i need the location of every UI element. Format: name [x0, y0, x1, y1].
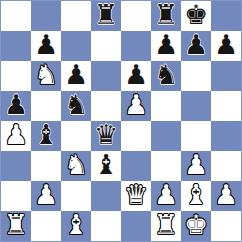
square-f5[interactable] — [151, 91, 181, 121]
square-a2[interactable] — [1, 181, 31, 211]
square-c8[interactable] — [61, 1, 91, 31]
square-e4[interactable] — [121, 121, 151, 151]
white-pawn-b2[interactable]: ♟ — [34, 181, 58, 210]
square-h7[interactable]: ♟ — [211, 31, 241, 61]
square-f6[interactable]: ♞ — [151, 61, 181, 91]
square-d3[interactable]: ♝ — [91, 151, 121, 181]
square-a7[interactable] — [1, 31, 31, 61]
square-a6[interactable] — [1, 61, 31, 91]
square-h1[interactable] — [211, 211, 241, 241]
square-d4[interactable]: ♛ — [91, 121, 121, 151]
square-e7[interactable] — [121, 31, 151, 61]
square-b3[interactable] — [31, 151, 61, 181]
square-h4[interactable] — [211, 121, 241, 151]
square-b5[interactable] — [31, 91, 61, 121]
black-pawn-c6[interactable]: ♟ — [64, 61, 88, 90]
square-f7[interactable]: ♟ — [151, 31, 181, 61]
black-pawn-g7[interactable]: ♟ — [184, 31, 208, 60]
square-f4[interactable] — [151, 121, 181, 151]
square-b7[interactable]: ♟ — [31, 31, 61, 61]
square-h3[interactable] — [211, 151, 241, 181]
square-b1[interactable] — [31, 211, 61, 241]
square-g5[interactable] — [181, 91, 211, 121]
white-pawn-a4[interactable]: ♟ — [4, 121, 28, 150]
square-e6[interactable]: ♟ — [121, 61, 151, 91]
square-b6[interactable]: ♞ — [31, 61, 61, 91]
black-rook-d8[interactable]: ♜ — [94, 1, 118, 30]
white-bishop-c1[interactable]: ♝ — [64, 211, 88, 240]
square-h2[interactable]: ♟ — [211, 181, 241, 211]
white-pawn-g3[interactable]: ♟ — [184, 151, 208, 180]
white-knight-b6[interactable]: ♞ — [34, 61, 58, 90]
black-pawn-f7[interactable]: ♟ — [154, 31, 178, 60]
white-pawn-h2[interactable]: ♟ — [214, 181, 238, 210]
white-bishop-g2[interactable]: ♝ — [184, 181, 208, 210]
black-king-g8[interactable]: ♚ — [184, 1, 208, 30]
black-pawn-h7[interactable]: ♟ — [214, 31, 238, 60]
square-a5[interactable]: ♟ — [1, 91, 31, 121]
white-knight-c3[interactable]: ♞ — [64, 151, 88, 180]
square-e3[interactable] — [121, 151, 151, 181]
square-f8[interactable]: ♜ — [151, 1, 181, 31]
square-f2[interactable]: ♟ — [151, 181, 181, 211]
square-g1[interactable]: ♚ — [181, 211, 211, 241]
square-d2[interactable] — [91, 181, 121, 211]
square-g8[interactable]: ♚ — [181, 1, 211, 31]
white-pawn-e5[interactable]: ♟ — [124, 91, 148, 120]
white-rook-a1[interactable]: ♜ — [4, 211, 28, 240]
square-b2[interactable]: ♟ — [31, 181, 61, 211]
square-g7[interactable]: ♟ — [181, 31, 211, 61]
black-pawn-e6[interactable]: ♟ — [124, 61, 148, 90]
square-g4[interactable] — [181, 121, 211, 151]
white-king-g1[interactable]: ♚ — [184, 211, 208, 240]
square-d5[interactable] — [91, 91, 121, 121]
square-e1[interactable] — [121, 211, 151, 241]
square-c4[interactable] — [61, 121, 91, 151]
square-e5[interactable]: ♟ — [121, 91, 151, 121]
square-e8[interactable] — [121, 1, 151, 31]
white-pawn-f2[interactable]: ♟ — [154, 181, 178, 210]
white-queen-e2[interactable]: ♛ — [124, 181, 148, 210]
square-d7[interactable] — [91, 31, 121, 61]
black-bishop-d3[interactable]: ♝ — [94, 151, 118, 180]
chess-board: ♜♜♚♟♟♟♟♞♟♟♞♟♞♟♟♝♛♞♝♟♟♛♟♝♟♜♝♜♚ — [0, 0, 242, 242]
black-pawn-a5[interactable]: ♟ — [4, 91, 28, 120]
square-f3[interactable] — [151, 151, 181, 181]
square-d6[interactable] — [91, 61, 121, 91]
black-knight-f6[interactable]: ♞ — [154, 61, 178, 90]
square-h8[interactable] — [211, 1, 241, 31]
square-a1[interactable]: ♜ — [1, 211, 31, 241]
chess-board-wrap: ♜♜♚♟♟♟♟♞♟♟♞♟♞♟♟♝♛♞♝♟♟♛♟♝♟♜♝♜♚ — [0, 0, 242, 242]
square-h6[interactable] — [211, 61, 241, 91]
square-c6[interactable]: ♟ — [61, 61, 91, 91]
square-c5[interactable]: ♞ — [61, 91, 91, 121]
square-d8[interactable]: ♜ — [91, 1, 121, 31]
square-d1[interactable] — [91, 211, 121, 241]
square-g2[interactable]: ♝ — [181, 181, 211, 211]
square-a4[interactable]: ♟ — [1, 121, 31, 151]
black-queen-d4[interactable]: ♛ — [94, 121, 118, 150]
black-rook-f8[interactable]: ♜ — [154, 1, 178, 30]
black-pawn-b7[interactable]: ♟ — [34, 31, 58, 60]
square-a8[interactable] — [1, 1, 31, 31]
square-c7[interactable] — [61, 31, 91, 61]
square-b4[interactable]: ♝ — [31, 121, 61, 151]
square-g3[interactable]: ♟ — [181, 151, 211, 181]
square-c1[interactable]: ♝ — [61, 211, 91, 241]
square-f1[interactable]: ♜ — [151, 211, 181, 241]
square-a3[interactable] — [1, 151, 31, 181]
square-h5[interactable] — [211, 91, 241, 121]
square-g6[interactable] — [181, 61, 211, 91]
black-bishop-b4[interactable]: ♝ — [34, 121, 58, 150]
square-e2[interactable]: ♛ — [121, 181, 151, 211]
square-c3[interactable]: ♞ — [61, 151, 91, 181]
black-knight-c5[interactable]: ♞ — [64, 91, 88, 120]
square-c2[interactable] — [61, 181, 91, 211]
square-b8[interactable] — [31, 1, 61, 31]
white-rook-f1[interactable]: ♜ — [154, 211, 178, 240]
